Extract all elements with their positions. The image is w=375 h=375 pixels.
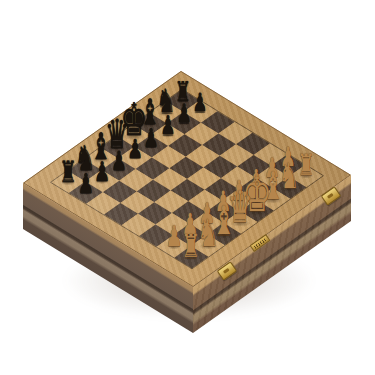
chess-set-photo: rnbqkbnr/pppppppp/8/8/8/8/PPPPPPPP/RNBQK…	[0, 0, 375, 375]
